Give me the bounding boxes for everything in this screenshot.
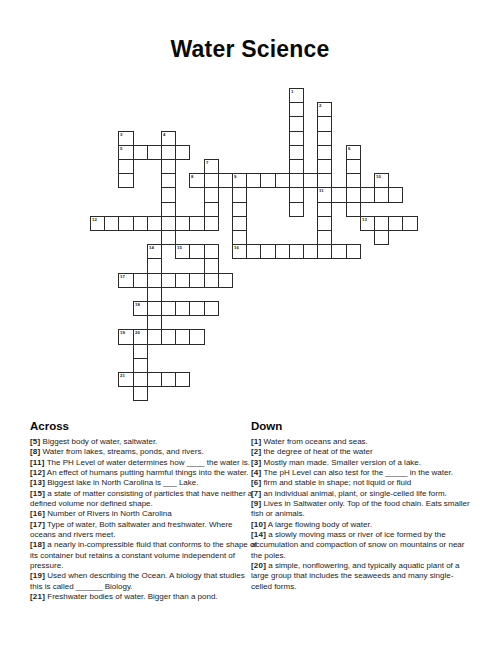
grid-cell-r19c3[interactable] [133,358,148,373]
grid-cell-r12c8[interactable] [204,258,219,273]
clue-number-across-17: [17] [30,520,45,529]
grid-cell-r13c4[interactable] [147,273,162,288]
grid-cell-r9c2[interactable] [118,216,133,231]
grid-cell-r11c12[interactable] [260,244,275,259]
grid-cell-r9c5[interactable] [161,216,176,231]
grid-cell-r7c14[interactable] [289,187,304,202]
grid-cell-r14c4[interactable] [147,287,162,302]
grid-cell-r20c3[interactable] [133,372,148,387]
grid-cell-r11c8[interactable] [204,244,219,259]
clue-down-3: [3] Mostly man made. Smaller version of … [251,458,470,468]
grid-cell-r8c8[interactable] [204,202,219,217]
grid-cell-r8c16[interactable] [317,202,332,217]
clue-down-6: [6] firm and stable in shape; not liquid… [251,478,470,488]
cell-number-11: 11 [319,188,324,192]
grid-cell-r13c6[interactable] [175,273,190,288]
grid-cell-r8c10[interactable] [232,202,247,217]
grid-cell-r9c16[interactable] [317,216,332,231]
grid-cell-r5c18[interactable] [346,159,361,174]
grid-cell-r9c22[interactable] [402,216,417,231]
grid-cell-r15c6[interactable] [175,301,190,316]
clue-number-down-10: [10] [251,520,266,529]
grid-cell-r12c4[interactable] [147,258,162,273]
grid-cell-r9c8[interactable] [204,216,219,231]
grid-cell-r6c5[interactable] [161,173,176,188]
grid-cell-r6c9[interactable] [218,173,233,188]
grid-cell-r11c4[interactable]: 14 [147,244,162,259]
clue-across-18: [18] a nearly in-compressible fluid that… [30,540,258,571]
clue-down-7: [7] an individual animal, plant, or sing… [251,489,470,499]
grid-cell-r20c2[interactable]: 21 [118,372,133,387]
cell-number-8: 8 [191,174,193,178]
grid-cell-r3c2[interactable]: 3 [118,131,133,146]
cell-number-3: 3 [120,132,122,136]
grid-cell-r9c21[interactable] [388,216,403,231]
clue-across-8: [8] Water from lakes, streams, ponds, an… [30,447,258,457]
grid-cell-r4c18[interactable]: 6 [346,145,361,160]
cell-number-4: 4 [163,132,165,136]
grid-cell-r1c14[interactable] [289,102,304,117]
grid-cell-r4c16[interactable] [317,145,332,160]
grid-cell-r7c16[interactable]: 11 [317,187,332,202]
grid-cell-r9c1[interactable] [104,216,119,231]
grid-cell-r5c8[interactable]: 7 [204,159,219,174]
grid-cell-r7c18[interactable] [346,187,361,202]
clue-number-across-21: [21] [30,592,45,601]
grid-cell-r9c7[interactable] [189,216,204,231]
clue-down-1: [1] Water from oceans and seas. [251,437,470,447]
grid-cell-r8c18[interactable] [346,202,361,217]
cell-number-17: 17 [120,274,125,278]
clue-number-down-14: [14] [251,530,266,539]
grid-cell-r6c16[interactable] [317,173,332,188]
grid-cell-r11c15[interactable] [303,244,318,259]
clue-across-21: [21] Freshwater bodies of water. Bigger … [30,592,258,602]
clue-number-across-11: [11] [30,458,45,467]
grid-cell-r13c5[interactable] [161,273,176,288]
grid-cell-r6c18[interactable] [346,173,361,188]
across-heading: Across [30,420,258,432]
grid-cell-r17c3[interactable]: 20 [133,329,148,344]
clue-across-19: [19] Used when describing the Ocean. A b… [30,571,258,592]
grid-cell-r11c13[interactable] [275,244,290,259]
clue-number-down-3: [3] [251,458,261,467]
grid-cell-r7c17[interactable] [331,187,346,202]
grid-cell-r10c5[interactable] [161,230,176,245]
clue-down-14: [14] a slowly moving mass or river of ic… [251,530,470,561]
grid-cell-r0c14[interactable]: 1 [289,88,304,103]
clue-number-across-13: [13] [30,478,45,487]
grid-cell-r5c5[interactable] [161,159,176,174]
cell-number-16: 16 [234,245,239,249]
crossword-grid: 123456789101112131415161718192021 [90,88,418,401]
clue-down-2: [2] the degree of heat of the water [251,447,470,457]
grid-cell-r13c3[interactable] [133,273,148,288]
clue-number-down-7: [7] [251,489,261,498]
grid-cell-r13c9[interactable] [218,273,233,288]
clue-across-12: [12] An effect of humans putting harmful… [30,468,258,478]
grid-cell-r7c20[interactable] [374,187,389,202]
grid-cell-r9c3[interactable] [133,216,148,231]
grid-cell-r21c3[interactable] [133,386,148,401]
grid-cell-r5c16[interactable] [317,159,332,174]
grid-cell-r9c20[interactable] [374,216,389,231]
clue-down-10: [10] A large flowing body of water. [251,520,470,530]
clue-across-15: [15] a state of matter consisting of par… [30,489,258,510]
clue-number-across-5: [5] [30,437,40,446]
clue-number-across-15: [15] [30,489,45,498]
cell-number-14: 14 [149,245,154,249]
grid-cell-r3c5[interactable]: 4 [161,131,176,146]
grid-cell-r17c7[interactable] [189,329,204,344]
grid-cell-r17c4[interactable] [147,329,162,344]
clue-number-across-8: [8] [30,447,40,456]
grid-cell-r11c10[interactable]: 16 [232,244,247,259]
cell-number-18: 18 [135,302,140,306]
grid-cell-r3c14[interactable] [289,131,304,146]
cell-number-6: 6 [348,146,350,150]
clue-down-20: [20] a simple, nonflowering, and typical… [251,561,470,592]
clue-number-down-4: [4] [251,468,261,477]
grid-cell-r4c4[interactable] [147,145,162,160]
grid-cell-r13c7[interactable] [189,273,204,288]
across-clue-list: [5] Biggest body of water, saltwater.[8]… [30,437,258,603]
grid-cell-r20c5[interactable] [161,372,176,387]
grid-cell-r11c7[interactable] [189,244,204,259]
grid-cell-r7c5[interactable] [161,187,176,202]
grid-cell-r16c4[interactable] [147,315,162,330]
grid-cell-r4c14[interactable] [289,145,304,160]
grid-cell-r6c8[interactable] [204,173,219,188]
clue-number-down-20: [20] [251,561,266,570]
down-heading: Down [251,420,470,432]
grid-cell-r4c5[interactable] [161,145,176,160]
clue-down-9: [9] Lives in Saltwater only. Top of the … [251,499,470,520]
grid-cell-r5c2[interactable] [118,159,133,174]
grid-cell-r4c2[interactable]: 5 [118,145,133,160]
grid-cell-r17c5[interactable] [161,329,176,344]
grid-cell-r15c7[interactable] [189,301,204,316]
grid-cell-r6c10[interactable]: 9 [232,173,247,188]
clue-across-11: [11] The PH Level of water determines ho… [30,458,258,468]
grid-cell-r11c16[interactable] [317,244,332,259]
grid-cell-r6c7[interactable]: 8 [189,173,204,188]
grid-cell-r7c10[interactable] [232,187,247,202]
grid-cell-r11c14[interactable] [289,244,304,259]
crossword-worksheet: Water Science 12345678910111213141516171… [0,0,500,647]
cell-number-19: 19 [120,330,125,334]
across-clues-column: Across [5] Biggest body of water, saltwa… [30,420,258,603]
clue-across-5: [5] Biggest body of water, saltwater. [30,437,258,447]
grid-cell-r7c21[interactable] [388,187,403,202]
grid-cell-r9c0[interactable]: 12 [90,216,105,231]
grid-cell-r9c4[interactable] [147,216,162,231]
grid-cell-r18c3[interactable] [133,344,148,359]
cell-number-13: 13 [362,217,367,221]
grid-cell-r7c8[interactable] [204,187,219,202]
grid-cell-r10c10[interactable] [232,230,247,245]
grid-cell-r17c6[interactable] [175,329,190,344]
cell-number-21: 21 [120,373,125,377]
clue-number-down-6: [6] [251,478,261,487]
cell-number-20: 20 [135,330,140,334]
cell-number-5: 5 [120,146,122,150]
grid-cell-r11c6[interactable]: 15 [175,244,190,259]
grid-cell-r13c8[interactable] [204,273,219,288]
grid-cell-r10c16[interactable] [317,230,332,245]
grid-cell-r9c6[interactable] [175,216,190,231]
grid-cell-r15c8[interactable] [204,301,219,316]
cell-number-2: 2 [319,103,321,107]
grid-cell-r20c6[interactable] [175,372,190,387]
page-title: Water Science [0,36,500,63]
grid-cell-r20c4[interactable] [147,372,162,387]
grid-cell-r6c20[interactable]: 10 [374,173,389,188]
clue-number-across-16: [16] [30,509,45,518]
cell-number-12: 12 [92,217,97,221]
grid-cell-r2c16[interactable] [317,116,332,131]
cell-number-1: 1 [291,89,293,93]
clue-across-17: [17] Type of water, Both saltwater and f… [30,520,258,541]
grid-cell-r8c14[interactable] [289,202,304,217]
grid-cell-r15c3[interactable]: 18 [133,301,148,316]
clue-number-down-1: [1] [251,437,261,446]
grid-cell-r6c12[interactable] [260,173,275,188]
clue-number-down-9: [9] [251,499,261,508]
grid-cell-r2c14[interactable] [289,116,304,131]
grid-cell-r11c18[interactable] [346,244,361,259]
grid-cell-r11c17[interactable] [331,244,346,259]
down-clues-column: Down [1] Water from oceans and seas.[2] … [251,420,470,592]
grid-cell-r9c10[interactable] [232,216,247,231]
grid-cell-r6c15[interactable] [303,173,318,188]
grid-cell-r6c11[interactable] [246,173,261,188]
cell-number-10: 10 [376,174,381,178]
grid-cell-r9c19[interactable]: 13 [360,216,375,231]
grid-cell-r6c14[interactable] [289,173,304,188]
clue-number-across-12: [12] [30,468,45,477]
grid-cell-r4c6[interactable] [175,145,190,160]
grid-cell-r7c19[interactable] [360,187,375,202]
grid-cell-r10c20[interactable] [374,230,389,245]
grid-cell-r11c11[interactable] [246,244,261,259]
grid-cell-r6c2[interactable] [118,173,133,188]
grid-cell-r5c14[interactable] [289,159,304,174]
clue-across-16: [16] Number of Rivers in North Carolina [30,509,258,519]
grid-cell-r6c13[interactable] [275,173,290,188]
cell-number-15: 15 [177,245,182,249]
down-clue-list: [1] Water from oceans and seas.[2] the d… [251,437,470,592]
clue-number-down-2: [2] [251,447,261,456]
grid-cell-r15c5[interactable] [161,301,176,316]
grid-cell-r15c4[interactable] [147,301,162,316]
grid-cell-r4c3[interactable] [133,145,148,160]
grid-cell-r17c2[interactable]: 19 [118,329,133,344]
clue-number-across-18: [18] [30,540,45,549]
clue-across-13: [13] Biggest lake in North Carolina is _… [30,478,258,488]
grid-cell-r8c5[interactable] [161,202,176,217]
clue-down-4: [4] The pH Level can also test for the _… [251,468,470,478]
grid-cell-r1c16[interactable]: 2 [317,102,332,117]
grid-cell-r3c16[interactable] [317,131,332,146]
clue-number-across-19: [19] [30,571,45,580]
cell-number-9: 9 [234,174,236,178]
cell-number-7: 7 [206,160,208,164]
grid-cell-r13c2[interactable]: 17 [118,273,133,288]
